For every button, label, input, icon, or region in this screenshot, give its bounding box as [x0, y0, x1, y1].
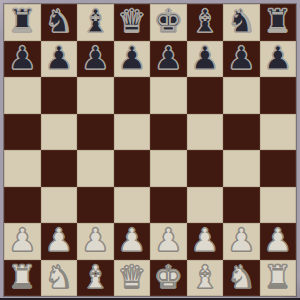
square-b6[interactable] [41, 77, 78, 114]
square-g3[interactable] [223, 187, 260, 224]
piece-white-pawn[interactable]: ♟ [117, 224, 146, 256]
square-h6[interactable] [260, 77, 297, 114]
square-b5[interactable] [41, 114, 78, 151]
square-e1[interactable]: ♚ [150, 260, 187, 297]
square-d1[interactable]: ♛ [114, 260, 151, 297]
square-f7[interactable]: ♟ [187, 41, 224, 78]
piece-white-pawn[interactable]: ♟ [263, 224, 292, 256]
square-f1[interactable]: ♝ [187, 260, 224, 297]
square-d3[interactable] [114, 187, 151, 224]
square-c8[interactable]: ♝ [77, 4, 114, 41]
square-f4[interactable] [187, 150, 224, 187]
square-a6[interactable] [4, 77, 41, 114]
square-d4[interactable] [114, 150, 151, 187]
square-g1[interactable]: ♞ [223, 260, 260, 297]
piece-white-bishop[interactable]: ♝ [190, 261, 219, 293]
piece-black-queen[interactable]: ♛ [117, 5, 146, 37]
piece-black-pawn[interactable]: ♟ [227, 42, 256, 74]
square-g6[interactable] [223, 77, 260, 114]
square-b7[interactable]: ♟ [41, 41, 78, 78]
piece-white-rook[interactable]: ♜ [263, 261, 292, 293]
square-h1[interactable]: ♜ [260, 260, 297, 297]
square-h4[interactable] [260, 150, 297, 187]
square-e2[interactable]: ♟ [150, 223, 187, 260]
square-f2[interactable]: ♟ [187, 223, 224, 260]
piece-black-pawn[interactable]: ♟ [117, 42, 146, 74]
square-e6[interactable] [150, 77, 187, 114]
piece-white-pawn[interactable]: ♟ [227, 224, 256, 256]
square-h7[interactable]: ♟ [260, 41, 297, 78]
square-g5[interactable] [223, 114, 260, 151]
square-c6[interactable] [77, 77, 114, 114]
piece-black-rook[interactable]: ♜ [263, 5, 292, 37]
piece-white-knight[interactable]: ♞ [227, 261, 256, 293]
chess-app-window: ♜♞♝♛♚♝♞♜♟♟♟♟♟♟♟♟♟♟♟♟♟♟♟♟♜♞♝♛♚♝♞♜ [0, 0, 300, 300]
piece-white-pawn[interactable]: ♟ [8, 224, 37, 256]
square-d6[interactable] [114, 77, 151, 114]
piece-white-king[interactable]: ♚ [154, 261, 183, 293]
square-d7[interactable]: ♟ [114, 41, 151, 78]
square-g8[interactable]: ♞ [223, 4, 260, 41]
square-a5[interactable] [4, 114, 41, 151]
square-h8[interactable]: ♜ [260, 4, 297, 41]
square-f5[interactable] [187, 114, 224, 151]
square-c5[interactable] [77, 114, 114, 151]
piece-white-rook[interactable]: ♜ [8, 261, 37, 293]
piece-white-knight[interactable]: ♞ [44, 261, 73, 293]
piece-black-knight[interactable]: ♞ [227, 5, 256, 37]
piece-white-pawn[interactable]: ♟ [81, 224, 110, 256]
square-g7[interactable]: ♟ [223, 41, 260, 78]
square-f8[interactable]: ♝ [187, 4, 224, 41]
square-e7[interactable]: ♟ [150, 41, 187, 78]
piece-black-pawn[interactable]: ♟ [81, 42, 110, 74]
square-h3[interactable] [260, 187, 297, 224]
square-a3[interactable] [4, 187, 41, 224]
piece-black-pawn[interactable]: ♟ [8, 42, 37, 74]
square-f3[interactable] [187, 187, 224, 224]
square-e8[interactable]: ♚ [150, 4, 187, 41]
square-c2[interactable]: ♟ [77, 223, 114, 260]
piece-black-pawn[interactable]: ♟ [190, 42, 219, 74]
square-d2[interactable]: ♟ [114, 223, 151, 260]
square-b2[interactable]: ♟ [41, 223, 78, 260]
square-b8[interactable]: ♞ [41, 4, 78, 41]
square-c7[interactable]: ♟ [77, 41, 114, 78]
piece-white-queen[interactable]: ♛ [117, 261, 146, 293]
chess-board[interactable]: ♜♞♝♛♚♝♞♜♟♟♟♟♟♟♟♟♟♟♟♟♟♟♟♟♜♞♝♛♚♝♞♜ [4, 4, 296, 296]
square-b4[interactable] [41, 150, 78, 187]
piece-white-pawn[interactable]: ♟ [154, 224, 183, 256]
piece-white-pawn[interactable]: ♟ [190, 224, 219, 256]
square-e5[interactable] [150, 114, 187, 151]
square-b1[interactable]: ♞ [41, 260, 78, 297]
square-g2[interactable]: ♟ [223, 223, 260, 260]
square-c1[interactable]: ♝ [77, 260, 114, 297]
square-e4[interactable] [150, 150, 187, 187]
square-g4[interactable] [223, 150, 260, 187]
square-b3[interactable] [41, 187, 78, 224]
square-f6[interactable] [187, 77, 224, 114]
square-d5[interactable] [114, 114, 151, 151]
square-h2[interactable]: ♟ [260, 223, 297, 260]
piece-black-rook[interactable]: ♜ [8, 5, 37, 37]
square-a4[interactable] [4, 150, 41, 187]
square-c4[interactable] [77, 150, 114, 187]
piece-black-bishop[interactable]: ♝ [190, 5, 219, 37]
piece-black-knight[interactable]: ♞ [44, 5, 73, 37]
piece-black-pawn[interactable]: ♟ [154, 42, 183, 74]
square-c3[interactable] [77, 187, 114, 224]
piece-white-bishop[interactable]: ♝ [81, 261, 110, 293]
square-a1[interactable]: ♜ [4, 260, 41, 297]
square-e3[interactable] [150, 187, 187, 224]
piece-black-pawn[interactable]: ♟ [44, 42, 73, 74]
square-a2[interactable]: ♟ [4, 223, 41, 260]
square-d8[interactable]: ♛ [114, 4, 151, 41]
square-a8[interactable]: ♜ [4, 4, 41, 41]
square-a7[interactable]: ♟ [4, 41, 41, 78]
piece-black-pawn[interactable]: ♟ [263, 42, 292, 74]
piece-black-king[interactable]: ♚ [154, 5, 183, 37]
piece-black-bishop[interactable]: ♝ [81, 5, 110, 37]
piece-white-pawn[interactable]: ♟ [44, 224, 73, 256]
square-h5[interactable] [260, 114, 297, 151]
